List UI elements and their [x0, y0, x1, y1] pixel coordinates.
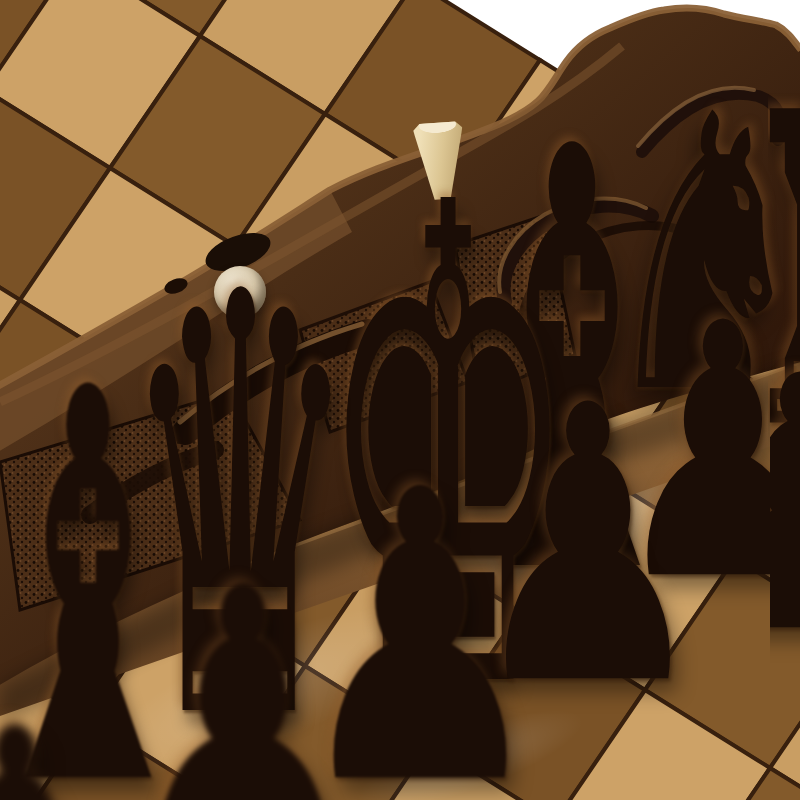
chess-set-photo: ♝♛♚♝♞♜♟♟♟♟♟♟ — [0, 0, 800, 800]
pieces-layer: ♝♛♚♝♞♜♟♟♟♟♟♟ — [0, 0, 800, 800]
pawn-glyph: ♟ — [0, 684, 129, 800]
